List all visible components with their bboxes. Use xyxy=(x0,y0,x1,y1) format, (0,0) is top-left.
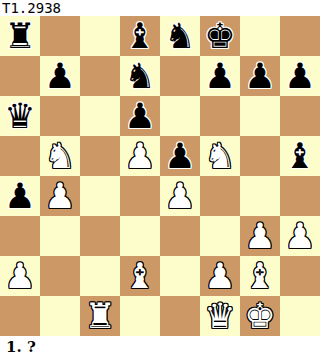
square-g4[interactable] xyxy=(240,176,280,216)
square-b3[interactable] xyxy=(40,216,80,256)
square-c2[interactable] xyxy=(80,256,120,296)
square-e5[interactable]: ♟ xyxy=(160,136,200,176)
square-a6[interactable]: ♛ xyxy=(0,96,40,136)
black-king-piece: ♚ xyxy=(204,19,235,54)
black-pawn-piece: ♟ xyxy=(124,99,155,134)
square-e2[interactable] xyxy=(160,256,200,296)
square-d1[interactable] xyxy=(120,296,160,336)
square-c7[interactable] xyxy=(80,56,120,96)
white-pawn-piece: ♟ xyxy=(284,219,315,254)
square-d5[interactable]: ♟ xyxy=(120,136,160,176)
square-e6[interactable] xyxy=(160,96,200,136)
white-pawn-piece: ♟ xyxy=(244,219,275,254)
square-a1[interactable] xyxy=(0,296,40,336)
square-d7[interactable]: ♞ xyxy=(120,56,160,96)
white-knight-piece: ♞ xyxy=(44,139,75,174)
square-e1[interactable] xyxy=(160,296,200,336)
square-a4[interactable]: ♟ xyxy=(0,176,40,216)
square-c1[interactable]: ♜ xyxy=(80,296,120,336)
square-g3[interactable]: ♟ xyxy=(240,216,280,256)
black-queen-piece: ♛ xyxy=(4,99,35,134)
black-pawn-piece: ♟ xyxy=(284,59,315,94)
square-f7[interactable]: ♟ xyxy=(200,56,240,96)
white-bishop-piece: ♝ xyxy=(244,259,275,294)
square-h2[interactable] xyxy=(280,256,320,296)
square-d8[interactable]: ♝ xyxy=(120,16,160,56)
black-pawn-piece: ♟ xyxy=(204,59,235,94)
black-pawn-piece: ♟ xyxy=(4,179,35,214)
square-a7[interactable] xyxy=(0,56,40,96)
black-pawn-piece: ♟ xyxy=(164,139,195,174)
square-g1[interactable]: ♚ xyxy=(240,296,280,336)
square-g2[interactable]: ♝ xyxy=(240,256,280,296)
square-f8[interactable]: ♚ xyxy=(200,16,240,56)
square-c5[interactable] xyxy=(80,136,120,176)
square-b8[interactable] xyxy=(40,16,80,56)
square-e3[interactable] xyxy=(160,216,200,256)
square-c4[interactable] xyxy=(80,176,120,216)
square-h8[interactable] xyxy=(280,16,320,56)
square-d4[interactable] xyxy=(120,176,160,216)
square-a3[interactable] xyxy=(0,216,40,256)
square-h7[interactable]: ♟ xyxy=(280,56,320,96)
square-f1[interactable]: ♛ xyxy=(200,296,240,336)
white-pawn-piece: ♟ xyxy=(4,259,35,294)
black-rook-piece: ♜ xyxy=(4,19,35,54)
square-c6[interactable] xyxy=(80,96,120,136)
square-h1[interactable] xyxy=(280,296,320,336)
white-king-piece: ♚ xyxy=(244,299,275,334)
square-b5[interactable]: ♞ xyxy=(40,136,80,176)
black-bishop-piece: ♝ xyxy=(284,139,315,174)
white-rook-piece: ♜ xyxy=(84,299,115,334)
square-b7[interactable]: ♟ xyxy=(40,56,80,96)
square-e7[interactable] xyxy=(160,56,200,96)
white-knight-piece: ♞ xyxy=(204,139,235,174)
square-g5[interactable] xyxy=(240,136,280,176)
white-bishop-piece: ♝ xyxy=(124,259,155,294)
move-prompt: 1. ? xyxy=(0,336,320,360)
square-h3[interactable]: ♟ xyxy=(280,216,320,256)
square-b1[interactable] xyxy=(40,296,80,336)
square-c8[interactable] xyxy=(80,16,120,56)
black-knight-piece: ♞ xyxy=(124,59,155,94)
square-d6[interactable]: ♟ xyxy=(120,96,160,136)
square-g8[interactable] xyxy=(240,16,280,56)
white-pawn-piece: ♟ xyxy=(204,259,235,294)
puzzle-id: T1.2938 xyxy=(0,0,320,16)
square-d3[interactable] xyxy=(120,216,160,256)
square-e4[interactable]: ♟ xyxy=(160,176,200,216)
white-pawn-piece: ♟ xyxy=(164,179,195,214)
square-g7[interactable]: ♟ xyxy=(240,56,280,96)
square-h4[interactable] xyxy=(280,176,320,216)
square-a2[interactable]: ♟ xyxy=(0,256,40,296)
black-pawn-piece: ♟ xyxy=(44,59,75,94)
square-c3[interactable] xyxy=(80,216,120,256)
square-h6[interactable] xyxy=(280,96,320,136)
square-b4[interactable]: ♟ xyxy=(40,176,80,216)
square-f3[interactable] xyxy=(200,216,240,256)
square-f2[interactable]: ♟ xyxy=(200,256,240,296)
black-pawn-piece: ♟ xyxy=(244,59,275,94)
square-f4[interactable] xyxy=(200,176,240,216)
square-b2[interactable] xyxy=(40,256,80,296)
chess-board: ♜♝♞♚♟♞♟♟♟♛♟♞♟♟♞♝♟♟♟♟♟♟♝♟♝♜♛♚ xyxy=(0,16,320,336)
square-g6[interactable] xyxy=(240,96,280,136)
black-knight-piece: ♞ xyxy=(164,19,195,54)
white-queen-piece: ♛ xyxy=(204,299,235,334)
black-bishop-piece: ♝ xyxy=(124,19,155,54)
white-pawn-piece: ♟ xyxy=(124,139,155,174)
square-h5[interactable]: ♝ xyxy=(280,136,320,176)
square-a5[interactable] xyxy=(0,136,40,176)
white-pawn-piece: ♟ xyxy=(44,179,75,214)
square-d2[interactable]: ♝ xyxy=(120,256,160,296)
square-e8[interactable]: ♞ xyxy=(160,16,200,56)
square-a8[interactable]: ♜ xyxy=(0,16,40,56)
square-f5[interactable]: ♞ xyxy=(200,136,240,176)
square-f6[interactable] xyxy=(200,96,240,136)
square-b6[interactable] xyxy=(40,96,80,136)
